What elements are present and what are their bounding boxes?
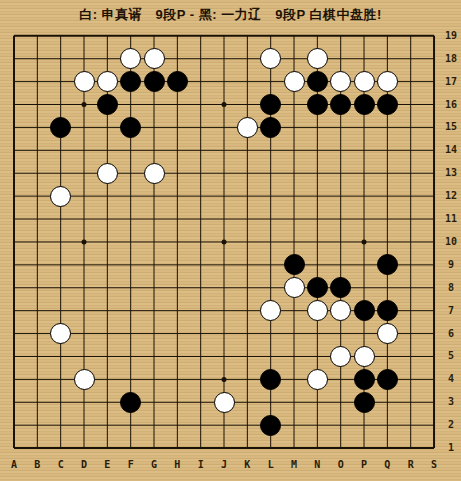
black-stone-N17: [307, 71, 328, 92]
white-stone-C12: [50, 186, 71, 207]
white-stone-K15: [237, 117, 258, 138]
white-stone-N7: [307, 300, 328, 321]
black-stone-P16: [354, 94, 375, 115]
white-stone-O5: [330, 346, 351, 367]
black-stone-C15: [50, 117, 71, 138]
white-stone-E17: [97, 71, 118, 92]
column-label-R: R: [401, 459, 421, 470]
black-stone-H17: [167, 71, 188, 92]
row-label-1: 1: [442, 442, 460, 454]
column-label-M: M: [284, 459, 304, 470]
star-point: [222, 239, 227, 244]
row-label-3: 3: [442, 396, 460, 408]
row-label-7: 7: [442, 305, 460, 317]
row-label-6: 6: [442, 328, 460, 340]
black-stone-L2: [260, 415, 281, 436]
row-label-11: 11: [442, 213, 460, 225]
white-stone-Q6: [377, 323, 398, 344]
white-stone-N4: [307, 369, 328, 390]
star-point: [222, 377, 227, 382]
row-label-18: 18: [442, 53, 460, 65]
row-label-4: 4: [442, 373, 460, 385]
column-label-B: B: [27, 459, 47, 470]
column-label-F: F: [121, 459, 141, 470]
go-board[interactable]: ABCDEFGHIJKLMNOPQRS191817161514131211109…: [0, 0, 461, 481]
row-label-17: 17: [442, 76, 460, 88]
white-stone-P5: [354, 346, 375, 367]
row-label-15: 15: [442, 121, 460, 133]
row-label-19: 19: [442, 30, 460, 42]
column-label-A: A: [4, 459, 24, 470]
white-stone-P17: [354, 71, 375, 92]
column-label-H: H: [167, 459, 187, 470]
star-point: [82, 239, 87, 244]
white-stone-Q17: [377, 71, 398, 92]
black-stone-E16: [97, 94, 118, 115]
black-stone-N16: [307, 94, 328, 115]
row-label-14: 14: [442, 144, 460, 156]
row-label-13: 13: [442, 167, 460, 179]
black-stone-G17: [144, 71, 165, 92]
column-label-E: E: [97, 459, 117, 470]
black-stone-P3: [354, 392, 375, 413]
column-label-O: O: [331, 459, 351, 470]
row-label-12: 12: [442, 190, 460, 202]
column-label-N: N: [307, 459, 327, 470]
black-stone-Q16: [377, 94, 398, 115]
go-game-viewer: 白: 申真谞 9段P - 黑: 一力辽 9段P 白棋中盘胜! ABCDEFGHI…: [0, 0, 461, 481]
column-label-J: J: [214, 459, 234, 470]
white-stone-M8: [284, 277, 305, 298]
black-stone-L15: [260, 117, 281, 138]
black-stone-P7: [354, 300, 375, 321]
column-label-S: S: [424, 459, 444, 470]
black-stone-Q7: [377, 300, 398, 321]
column-label-L: L: [261, 459, 281, 470]
star-point: [222, 102, 227, 107]
black-stone-L4: [260, 369, 281, 390]
row-label-8: 8: [442, 282, 460, 294]
white-stone-N18: [307, 48, 328, 69]
row-label-10: 10: [442, 236, 460, 248]
white-stone-G18: [144, 48, 165, 69]
black-stone-Q4: [377, 369, 398, 390]
column-label-K: K: [237, 459, 257, 470]
white-stone-D17: [74, 71, 95, 92]
column-label-Q: Q: [377, 459, 397, 470]
star-point: [82, 102, 87, 107]
column-label-C: C: [51, 459, 71, 470]
black-stone-M9: [284, 254, 305, 275]
black-stone-N8: [307, 277, 328, 298]
column-label-G: G: [144, 459, 164, 470]
white-stone-D4: [74, 369, 95, 390]
row-label-5: 5: [442, 350, 460, 362]
row-label-16: 16: [442, 99, 460, 111]
white-stone-J3: [214, 392, 235, 413]
black-stone-P4: [354, 369, 375, 390]
column-label-I: I: [191, 459, 211, 470]
white-stone-G13: [144, 163, 165, 184]
black-stone-F15: [120, 117, 141, 138]
column-label-D: D: [74, 459, 94, 470]
column-label-P: P: [354, 459, 374, 470]
row-label-9: 9: [442, 259, 460, 271]
row-label-2: 2: [442, 419, 460, 431]
white-stone-M17: [284, 71, 305, 92]
black-stone-F3: [120, 392, 141, 413]
white-stone-E13: [97, 163, 118, 184]
star-point: [362, 239, 367, 244]
